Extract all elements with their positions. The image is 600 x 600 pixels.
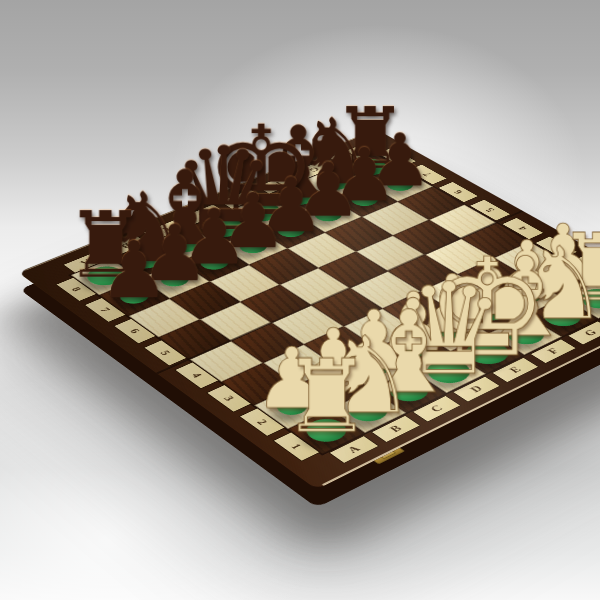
- file-label-far-d-text: D: [195, 210, 211, 219]
- file-label-far-g-text: G: [306, 165, 323, 173]
- photo-backdrop: ABCDEFGHABCDEFGH8765432187654321 ♜♞♝♛♚♝♞…: [0, 0, 600, 600]
- rank-label-right-5-text: 5: [482, 206, 497, 213]
- chess-board: ABCDEFGHABCDEFGH8765432187654321 ♜♞♝♛♚♝♞…: [18, 129, 600, 489]
- file-label-near-a-text: A: [344, 443, 363, 455]
- rank-label-right-6-text: 6: [451, 188, 466, 195]
- square-a6[interactable]: [128, 299, 199, 338]
- file-label-far-e-text: E: [233, 195, 249, 203]
- rank-label-left-1-text: 1: [287, 442, 305, 452]
- rank-label-right-7-text: 7: [420, 171, 435, 178]
- rank-label-right-8-text: 8: [389, 154, 404, 161]
- rank-label-left-6-text: 6: [126, 327, 143, 336]
- rank-label-left-5-text: 5: [157, 348, 175, 357]
- file-label-far-h-text: H: [341, 151, 357, 159]
- file-label-far-f-text: F: [270, 180, 285, 188]
- rank-label-left-7-text: 7: [97, 306, 114, 314]
- rank-label-left-4-text: 4: [188, 371, 206, 380]
